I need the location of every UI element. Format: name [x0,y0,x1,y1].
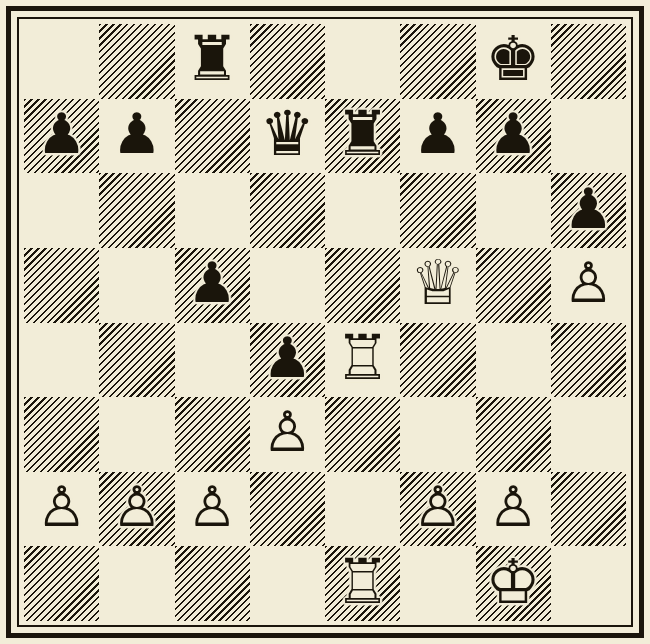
square-a1 [24,546,99,621]
square-d6 [250,173,325,248]
square-c7 [175,99,250,174]
square-f4 [400,323,475,398]
square-h7 [551,99,626,174]
square-e8 [325,24,400,99]
square-g4 [476,323,551,398]
square-c2: ♟♙ [175,472,250,547]
square-a5 [24,248,99,323]
piece-black-rook-icon: ♜♜ [325,99,400,174]
piece-black-pawn-icon: ♟♟ [175,248,250,323]
piece-white-rook-icon: ♜♖ [325,546,400,621]
chess-diagram: ♜♜♚♚♟♟♟♟♛♛♜♜♟♟♟♟♟♟♟♟♛♕♟♙♟♟♜♖♟♙♟♙♟♙♟♙♟♙♟♙… [0,0,650,644]
black-pawn-glyph: ♟ [112,106,162,162]
black-pawn-glyph: ♟ [187,255,237,311]
black-king-glyph: ♚ [485,28,541,90]
square-e6 [325,173,400,248]
square-d4: ♟♟ [250,323,325,398]
white-pawn-glyph: ♙ [413,479,463,535]
square-b3 [99,397,174,472]
piece-white-pawn-icon: ♟♙ [175,472,250,547]
square-a6 [24,173,99,248]
square-f2: ♟♙ [400,472,475,547]
square-d8 [250,24,325,99]
square-c5: ♟♟ [175,248,250,323]
black-queen-glyph: ♛ [260,103,316,165]
square-f3 [400,397,475,472]
black-pawn-glyph: ♟ [37,106,87,162]
square-e4: ♜♖ [325,323,400,398]
white-king-glyph: ♔ [485,551,541,613]
square-f1 [400,546,475,621]
piece-black-pawn-icon: ♟♟ [551,173,626,248]
piece-black-pawn-icon: ♟♟ [476,99,551,174]
square-e2 [325,472,400,547]
piece-white-pawn-icon: ♟♙ [400,472,475,547]
piece-black-rook-icon: ♜♜ [175,24,250,99]
square-b2: ♟♙ [99,472,174,547]
square-f6 [400,173,475,248]
square-g1: ♚♔ [476,546,551,621]
square-g3 [476,397,551,472]
piece-white-queen-icon: ♛♕ [400,248,475,323]
white-pawn-glyph: ♙ [112,479,162,535]
black-pawn-glyph: ♟ [413,106,463,162]
square-b5 [99,248,174,323]
square-c4 [175,323,250,398]
square-e7: ♜♜ [325,99,400,174]
square-g8: ♚♚ [476,24,551,99]
square-a7: ♟♟ [24,99,99,174]
square-h4 [551,323,626,398]
square-f8 [400,24,475,99]
square-e5 [325,248,400,323]
square-h8 [551,24,626,99]
chess-board: ♜♜♚♚♟♟♟♟♛♛♜♜♟♟♟♟♟♟♟♟♛♕♟♙♟♟♜♖♟♙♟♙♟♙♟♙♟♙♟♙… [24,24,626,621]
square-g5 [476,248,551,323]
piece-white-pawn-icon: ♟♙ [476,472,551,547]
white-pawn-glyph: ♙ [488,479,538,535]
square-g7: ♟♟ [476,99,551,174]
square-e1: ♜♖ [325,546,400,621]
square-h3 [551,397,626,472]
piece-black-pawn-icon: ♟♟ [400,99,475,174]
white-rook-glyph: ♖ [335,551,391,613]
square-h5: ♟♙ [551,248,626,323]
square-b4 [99,323,174,398]
square-a2: ♟♙ [24,472,99,547]
black-rook-glyph: ♜ [184,28,240,90]
white-pawn-glyph: ♙ [563,255,613,311]
white-queen-glyph: ♕ [410,252,466,314]
white-pawn-glyph: ♙ [262,404,312,460]
square-c8: ♜♜ [175,24,250,99]
square-g6 [476,173,551,248]
piece-black-pawn-icon: ♟♟ [99,99,174,174]
piece-white-king-icon: ♚♔ [476,546,551,621]
piece-black-king-icon: ♚♚ [476,24,551,99]
square-b7: ♟♟ [99,99,174,174]
black-pawn-glyph: ♟ [262,330,312,386]
black-rook-glyph: ♜ [335,103,391,165]
square-d2 [250,472,325,547]
white-rook-glyph: ♖ [335,327,391,389]
square-e3 [325,397,400,472]
piece-white-rook-icon: ♜♖ [325,323,400,398]
black-pawn-glyph: ♟ [563,181,613,237]
square-d1 [250,546,325,621]
square-c6 [175,173,250,248]
piece-black-pawn-icon: ♟♟ [24,99,99,174]
square-h6: ♟♟ [551,173,626,248]
piece-white-pawn-icon: ♟♙ [99,472,174,547]
square-d5 [250,248,325,323]
square-b6 [99,173,174,248]
square-h1 [551,546,626,621]
piece-white-pawn-icon: ♟♙ [551,248,626,323]
square-a3 [24,397,99,472]
black-pawn-glyph: ♟ [488,106,538,162]
square-h2 [551,472,626,547]
square-b1 [99,546,174,621]
square-g2: ♟♙ [476,472,551,547]
white-pawn-glyph: ♙ [37,479,87,535]
square-a8 [24,24,99,99]
piece-black-queen-icon: ♛♛ [250,99,325,174]
square-d3: ♟♙ [250,397,325,472]
square-d7: ♛♛ [250,99,325,174]
square-a4 [24,323,99,398]
square-f7: ♟♟ [400,99,475,174]
white-pawn-glyph: ♙ [187,479,237,535]
square-b8 [99,24,174,99]
piece-white-pawn-icon: ♟♙ [250,397,325,472]
square-f5: ♛♕ [400,248,475,323]
piece-white-pawn-icon: ♟♙ [24,472,99,547]
square-c1 [175,546,250,621]
piece-black-pawn-icon: ♟♟ [250,323,325,398]
square-c3 [175,397,250,472]
